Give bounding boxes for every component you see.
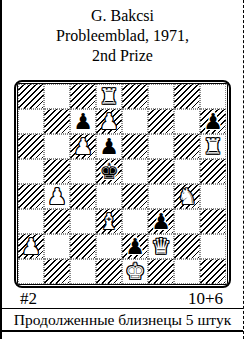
black-king: ♚ — [99, 161, 119, 183]
white-king: ♚ — [125, 261, 145, 283]
square-c4[interactable] — [70, 184, 96, 209]
square-b3[interactable] — [44, 209, 70, 234]
black-pawn: ♟ — [73, 111, 93, 133]
square-d3[interactable]: ♝ — [96, 209, 122, 234]
square-d8[interactable]: ♜ — [96, 84, 122, 109]
square-c8[interactable] — [70, 84, 96, 109]
square-a8[interactable] — [18, 84, 44, 109]
white-bishop: ♝ — [99, 211, 119, 233]
white-pawn: ♟ — [73, 136, 93, 158]
square-a4[interactable] — [18, 184, 44, 209]
square-b6[interactable] — [44, 134, 70, 159]
square-b7[interactable] — [44, 109, 70, 134]
stipulation-row: #2 10+6 — [2, 289, 243, 309]
square-e2[interactable]: ♟ — [122, 234, 148, 259]
square-a3[interactable] — [18, 209, 44, 234]
square-f5[interactable] — [148, 159, 174, 184]
square-b5[interactable] — [44, 159, 70, 184]
square-a7[interactable] — [18, 109, 44, 134]
square-a5[interactable] — [18, 159, 44, 184]
square-h3[interactable] — [200, 209, 226, 234]
chessboard-inner-frame: ♜♟♟♟♟♟♜♚♟♞♝♟♟♟♛♚ — [17, 83, 228, 285]
square-h5[interactable] — [200, 159, 226, 184]
chessboard-frame: ♜♟♟♟♟♟♜♚♟♞♝♟♟♟♛♚ — [14, 80, 231, 288]
square-e8[interactable] — [122, 84, 148, 109]
square-e7[interactable] — [122, 109, 148, 134]
square-c1[interactable] — [70, 259, 96, 284]
square-h1[interactable] — [200, 259, 226, 284]
black-pawn: ♟ — [203, 111, 223, 133]
square-g1[interactable] — [174, 259, 200, 284]
square-g7[interactable] — [174, 109, 200, 134]
square-b8[interactable] — [44, 84, 70, 109]
square-e3[interactable] — [122, 209, 148, 234]
square-e1[interactable]: ♚ — [122, 259, 148, 284]
square-g8[interactable] — [174, 84, 200, 109]
problem-header: G. Bakcsi Probleemblad, 1971, 2nd Prize — [2, 0, 243, 66]
chessboard: ♜♟♟♟♟♟♜♚♟♞♝♟♟♟♛♚ — [18, 84, 226, 284]
square-a6[interactable] — [18, 134, 44, 159]
square-c7[interactable]: ♟ — [70, 109, 96, 134]
square-f3[interactable]: ♟ — [148, 209, 174, 234]
square-a2[interactable]: ♟ — [18, 234, 44, 259]
square-c3[interactable] — [70, 209, 96, 234]
black-pawn: ♟ — [125, 236, 145, 258]
white-pawn: ♟ — [47, 186, 67, 208]
square-c6[interactable]: ♟ — [70, 134, 96, 159]
square-f4[interactable] — [148, 184, 174, 209]
square-d4[interactable] — [96, 184, 122, 209]
square-d5[interactable]: ♚ — [96, 159, 122, 184]
caption-text: Продолженные близнецы 5 штук — [2, 309, 243, 332]
square-f2[interactable]: ♛ — [148, 234, 174, 259]
source-line: Probleemblad, 1971, — [2, 26, 243, 46]
square-h2[interactable] — [200, 234, 226, 259]
white-pawn: ♟ — [99, 111, 119, 133]
square-b2[interactable] — [44, 234, 70, 259]
white-rook: ♜ — [203, 136, 223, 158]
square-e6[interactable] — [122, 134, 148, 159]
square-h6[interactable]: ♜ — [200, 134, 226, 159]
square-e4[interactable] — [122, 184, 148, 209]
square-b4[interactable]: ♟ — [44, 184, 70, 209]
black-pawn: ♟ — [151, 211, 171, 233]
square-h8[interactable] — [200, 84, 226, 109]
square-f7[interactable] — [148, 109, 174, 134]
square-d7[interactable]: ♟ — [96, 109, 122, 134]
square-g5[interactable] — [174, 159, 200, 184]
white-queen: ♛ — [151, 236, 171, 258]
square-e5[interactable] — [122, 159, 148, 184]
square-g6[interactable] — [174, 134, 200, 159]
square-b1[interactable] — [44, 259, 70, 284]
square-h7[interactable]: ♟ — [200, 109, 226, 134]
white-knight: ♞ — [177, 186, 197, 208]
white-pawn: ♟ — [21, 236, 41, 258]
square-h4[interactable] — [200, 184, 226, 209]
square-c2[interactable] — [70, 234, 96, 259]
square-f8[interactable] — [148, 84, 174, 109]
square-c5[interactable] — [70, 159, 96, 184]
square-d6[interactable]: ♟ — [96, 134, 122, 159]
square-a1[interactable] — [18, 259, 44, 284]
white-rook: ♜ — [99, 86, 119, 108]
square-d1[interactable] — [96, 259, 122, 284]
square-g3[interactable] — [174, 209, 200, 234]
square-g2[interactable] — [174, 234, 200, 259]
square-d2[interactable] — [96, 234, 122, 259]
square-f6[interactable] — [148, 134, 174, 159]
prize-line: 2nd Prize — [2, 46, 243, 66]
square-f1[interactable] — [148, 259, 174, 284]
square-g4[interactable]: ♞ — [174, 184, 200, 209]
black-pawn: ♟ — [99, 136, 119, 158]
author-name: G. Bakcsi — [2, 6, 243, 26]
chess-problem-card: G. Bakcsi Probleemblad, 1971, 2nd Prize … — [0, 0, 244, 339]
material-count: 10+6 — [188, 289, 223, 309]
stipulation-mate-in-2: #2 — [20, 289, 37, 309]
